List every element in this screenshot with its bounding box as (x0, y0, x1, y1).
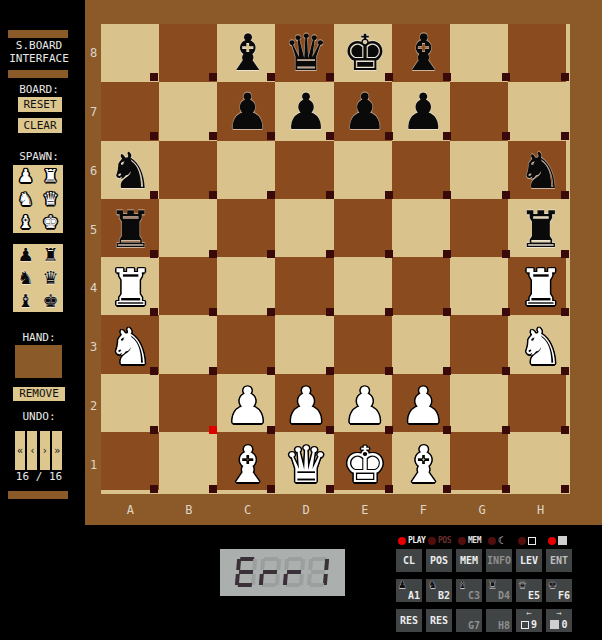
square-d5[interactable] (275, 199, 333, 257)
spawn-black-knight[interactable]: ♞ (13, 267, 38, 290)
sensor-marker-f3 (443, 367, 451, 375)
divider-bar (8, 30, 68, 38)
sensor-marker-c4 (267, 308, 275, 316)
black-rook-h5[interactable]: ♜ (511, 200, 570, 259)
white-rook-h4[interactable]: ♜ (511, 259, 570, 318)
key-pos[interactable]: POS (426, 549, 452, 572)
file-label-b: B (160, 500, 219, 520)
sensor-marker-g1 (502, 485, 510, 493)
sensor-marker-d4 (326, 308, 334, 316)
redo-button[interactable]: › (40, 431, 50, 470)
spawn-black-pawn[interactable]: ♟ (13, 244, 38, 267)
sensor-marker-a8 (150, 73, 158, 81)
square-g4[interactable] (450, 257, 508, 315)
sensor-marker-a1 (150, 485, 158, 493)
key-label: C3 (468, 590, 480, 601)
key-mem[interactable]: MEM (456, 549, 482, 572)
segment-f (260, 559, 265, 570)
key-label: RES (430, 615, 448, 626)
divider-bar (8, 491, 68, 499)
spawn-white-queen[interactable]: ♛ (38, 188, 63, 211)
rank-label-5: 5 (87, 200, 100, 259)
key-ent[interactable]: ENT (546, 549, 572, 572)
spawn-white-pawn[interactable]: ♟ (13, 165, 38, 188)
square-b1[interactable] (159, 432, 217, 490)
key-label: RES (400, 615, 418, 626)
queen-icon: ♛ (518, 579, 527, 590)
clear-button[interactable]: CLEAR (18, 118, 62, 133)
left-arrow-icon: ← (516, 609, 542, 618)
segment-b (300, 559, 305, 570)
square-c3[interactable] (217, 315, 275, 373)
sensor-marker-h7 (561, 132, 569, 140)
led-group-play: PLAY (398, 534, 425, 547)
key-label: ENT (550, 555, 568, 566)
spawn-palette-black: ♟♜♞♛♝♚ (13, 244, 63, 312)
key-label: H8 (498, 620, 510, 631)
chess-board: ♝♛♚♝♟♟♟♟♞♞♜♜♜♜♞♞♟♟♟♟♝♛♚♝ (101, 24, 570, 494)
key-a1[interactable]: ♟A1 (396, 579, 422, 602)
spawn-white-king[interactable]: ♚ (38, 210, 63, 233)
led-sound (488, 537, 496, 545)
segment-d (310, 583, 324, 587)
white-rook-a4[interactable]: ♜ (101, 259, 160, 318)
key-c3[interactable]: ♝C3 (456, 579, 482, 602)
key-9[interactable]: ←9 (516, 609, 542, 632)
key-label: E5 (528, 590, 540, 601)
key-res-1[interactable]: RES (396, 609, 422, 632)
sensor-marker-h1 (561, 485, 569, 493)
sensor-marker-b8 (209, 73, 217, 81)
sensor-marker-c6 (267, 191, 275, 199)
led-play-lit (398, 537, 406, 545)
white-knight-h3[interactable]: ♞ (511, 318, 570, 377)
white-knight-a3[interactable]: ♞ (101, 318, 160, 377)
undo-all-button[interactable]: « (15, 431, 25, 470)
black-pawn-f7[interactable]: ♟ (394, 83, 453, 142)
sidebar: S.BOARD INTERFACE BOARD: RESET CLEAR SPA… (0, 0, 85, 640)
led-black-side-lit (548, 537, 556, 545)
key-0[interactable]: →0 (546, 609, 572, 632)
key-lev[interactable]: LEV (516, 549, 542, 572)
sensor-marker-f4 (443, 308, 451, 316)
square-a1[interactable] (101, 432, 159, 490)
rook-icon: ♜ (488, 579, 497, 590)
led-indicator-row: PLAYPOSMEM☾ (396, 534, 602, 547)
segment-f (284, 559, 289, 570)
sensor-marker-b2-active (209, 426, 217, 434)
white-bishop-c1[interactable]: ♝ (218, 435, 277, 494)
knight-icon: ♞ (428, 579, 437, 590)
black-bishop-c8[interactable]: ♝ (218, 24, 277, 83)
white-king-e1[interactable]: ♚ (336, 435, 395, 494)
led-group-pos: POS (428, 534, 451, 547)
file-label-e: E (336, 500, 395, 520)
key-f6[interactable]: ♚F6 (546, 579, 572, 602)
square-g8[interactable] (450, 24, 508, 82)
black-queen-d8[interactable]: ♛ (277, 24, 336, 83)
spawn-white-bishop[interactable]: ♝ (13, 210, 38, 233)
rank-label-2: 2 (87, 377, 100, 436)
key-label: LEV (520, 555, 538, 566)
key-res-2[interactable]: RES (426, 609, 452, 632)
sensor-marker-g4 (502, 308, 510, 316)
rank-label-6: 6 (87, 142, 100, 201)
led-group-sound: ☾ (488, 534, 504, 547)
sensor-marker-d5 (326, 250, 334, 258)
board-section-label: BOARD: (0, 83, 78, 96)
square-g5[interactable] (450, 199, 508, 257)
file-label-a: A (101, 500, 160, 520)
sensor-marker-f5 (443, 250, 451, 258)
sensor-marker-h2 (561, 426, 569, 434)
sensor-marker-g7 (502, 132, 510, 140)
square-b5[interactable] (159, 199, 217, 257)
led-label-play: PLAY (408, 536, 425, 545)
lcd-digit-2 (259, 557, 282, 587)
square-f4[interactable] (392, 257, 450, 315)
segment-d (238, 583, 252, 587)
sensor-marker-b3 (209, 367, 217, 375)
key-label: D4 (498, 590, 510, 601)
sensor-marker-f6 (443, 191, 451, 199)
key-d4[interactable]: ♜D4 (486, 579, 512, 602)
square-d4[interactable] (275, 257, 333, 315)
sensor-marker-g6 (502, 191, 510, 199)
square-d6[interactable] (275, 141, 333, 199)
segment-d (286, 583, 300, 587)
file-label-f: F (394, 500, 453, 520)
sensor-marker-d3 (326, 367, 334, 375)
rank-label-3: 3 (87, 318, 100, 377)
redo-all-button[interactable]: » (52, 431, 62, 470)
key-label: CL (403, 555, 415, 566)
white-bishop-f1[interactable]: ♝ (394, 435, 453, 494)
square-g7[interactable] (450, 82, 508, 140)
file-label-h: H (511, 500, 570, 520)
bishop-icon: ♝ (458, 579, 467, 590)
square-b2[interactable] (159, 374, 217, 432)
moon-icon: ☾ (498, 535, 504, 546)
square-e6[interactable] (334, 141, 392, 199)
sensor-marker-b5 (209, 250, 217, 258)
square-c4[interactable] (217, 257, 275, 315)
led-group-black-side (548, 534, 567, 547)
square-a2[interactable] (101, 374, 159, 432)
led-pos (428, 537, 436, 545)
square-d3[interactable] (275, 315, 333, 373)
key-label: INFO (487, 555, 511, 566)
sensor-marker-g2 (502, 426, 510, 434)
square-g1[interactable] (450, 432, 508, 490)
key-label: 9 (531, 619, 537, 630)
square-f6[interactable] (392, 141, 450, 199)
file-label-c: C (218, 500, 277, 520)
spawn-black-queen[interactable]: ♛ (38, 267, 63, 290)
key-label: F6 (558, 590, 570, 601)
undo-section-label: UNDO: (0, 410, 78, 423)
key-e5[interactable]: ♛E5 (516, 579, 542, 602)
divider-bar (8, 70, 68, 78)
square-g2[interactable] (450, 374, 508, 432)
rank-label-1: 1 (87, 435, 100, 494)
led-white-side (518, 537, 526, 545)
sensor-marker-e6 (385, 191, 393, 199)
key-label: MEM (460, 555, 478, 566)
spawn-white-knight[interactable]: ♞ (13, 188, 38, 211)
led-group-white-side (518, 534, 536, 547)
rank-label-7: 7 (87, 83, 100, 142)
white-queen-d1[interactable]: ♛ (277, 435, 336, 494)
king-icon: ♚ (548, 579, 557, 590)
segment-b (252, 559, 257, 570)
open-square-icon (521, 621, 529, 629)
remove-button[interactable]: REMOVE (13, 387, 65, 401)
spawn-section-label: SPAWN: (0, 150, 78, 163)
lcd-digit-4 (307, 557, 330, 587)
hand-slot[interactable] (15, 345, 62, 378)
sensor-marker-e4 (385, 308, 393, 316)
file-label-g: G (453, 500, 512, 520)
key-g7[interactable]: G7 (456, 609, 482, 632)
white-pawn-f2[interactable]: ♟ (394, 377, 453, 436)
key-label: B2 (438, 590, 450, 601)
sensor-marker-c3 (267, 367, 275, 375)
led-mem (458, 537, 466, 545)
segment-g (311, 570, 325, 574)
sensor-marker-e5 (385, 250, 393, 258)
black-pawn-c7[interactable]: ♟ (218, 83, 277, 142)
square-b3[interactable] (159, 315, 217, 373)
square-e3[interactable] (334, 315, 392, 373)
black-knight-h6[interactable]: ♞ (511, 142, 570, 201)
segment-b (276, 559, 281, 570)
square-g3[interactable] (450, 315, 508, 373)
black-pawn-e7[interactable]: ♟ (336, 83, 395, 142)
square-g6[interactable] (450, 141, 508, 199)
segment-g (263, 570, 277, 574)
sensor-marker-b1 (209, 485, 217, 493)
key-b2[interactable]: ♞B2 (426, 579, 452, 602)
segment-f (236, 559, 241, 570)
key-label: POS (430, 555, 448, 566)
file-label-d: D (277, 500, 336, 520)
square-f5[interactable] (392, 199, 450, 257)
sensor-marker-b7 (209, 132, 217, 140)
sensor-marker-c5 (267, 250, 275, 258)
black-king-e8[interactable]: ♚ (336, 24, 395, 83)
lcd-digits (235, 557, 330, 587)
app-title-line2: INTERFACE (0, 52, 78, 65)
board-frame: ♝♛♚♝♟♟♟♟♞♞♜♜♜♜♞♞♟♟♟♟♝♛♚♝ 87654321ABCDEFG… (85, 0, 602, 525)
sensor-marker-b4 (209, 308, 217, 316)
sensor-marker-g8 (502, 73, 510, 81)
sensor-marker-h8 (561, 73, 569, 81)
square-h7[interactable] (508, 82, 566, 140)
led-group-mem: MEM (458, 534, 481, 547)
key-cl[interactable]: CL (396, 549, 422, 572)
filled-square-icon (558, 536, 567, 545)
key-h8[interactable]: H8 (486, 609, 512, 632)
spawn-black-king[interactable]: ♚ (38, 289, 63, 312)
reset-button[interactable]: RESET (18, 97, 62, 112)
key-label: A1 (408, 590, 420, 601)
square-e4[interactable] (334, 257, 392, 315)
open-square-icon (528, 537, 536, 545)
sensor-marker-e3 (385, 367, 393, 375)
square-c5[interactable] (217, 199, 275, 257)
undo-button[interactable]: ‹ (27, 431, 37, 470)
sensor-marker-a2 (150, 426, 158, 434)
segment-g (287, 570, 301, 574)
square-b4[interactable] (159, 257, 217, 315)
rank-label-4: 4 (87, 259, 100, 318)
square-f3[interactable] (392, 315, 450, 373)
key-label: 0 (561, 619, 567, 630)
key-info[interactable]: INFO (486, 549, 512, 572)
sensor-marker-g3 (502, 367, 510, 375)
square-h8[interactable] (508, 24, 566, 82)
square-h2[interactable] (508, 374, 566, 432)
led-label-mem: MEM (468, 536, 481, 545)
black-bishop-f8[interactable]: ♝ (394, 24, 453, 83)
white-pawn-e2[interactable]: ♟ (336, 377, 395, 436)
segment-b (324, 559, 329, 570)
sensor-marker-a7 (150, 132, 158, 140)
white-pawn-d2[interactable]: ♟ (277, 377, 336, 436)
black-pawn-d7[interactable]: ♟ (277, 83, 336, 142)
lcd-digit-1 (235, 557, 258, 587)
lcd-display (220, 549, 345, 596)
black-rook-a5[interactable]: ♜ (101, 200, 160, 259)
right-arrow-icon: → (546, 609, 572, 618)
square-h1[interactable] (508, 432, 566, 490)
undo-counter: 16 / 16 (0, 470, 78, 483)
white-pawn-c2[interactable]: ♟ (218, 377, 277, 436)
segment-f (308, 559, 313, 570)
lcd-digit-3 (283, 557, 306, 587)
pawn-icon: ♟ (398, 579, 407, 590)
spawn-black-rook[interactable]: ♜ (38, 244, 63, 267)
segment-g (239, 570, 253, 574)
sboard-interface-app: S.BOARD INTERFACE BOARD: RESET CLEAR SPA… (0, 0, 602, 640)
app-title-line1: S.BOARD (0, 39, 78, 52)
spawn-black-bishop[interactable]: ♝ (13, 289, 38, 312)
sensor-marker-b6 (209, 191, 217, 199)
sensor-marker-d6 (326, 191, 334, 199)
key-label: G7 (468, 620, 480, 631)
square-e5[interactable] (334, 199, 392, 257)
hand-section-label: HAND: (0, 331, 78, 344)
rank-label-8: 8 (87, 24, 100, 83)
led-label-pos: POS (438, 536, 451, 545)
sensor-marker-g5 (502, 250, 510, 258)
spawn-palette-white: ♟♜♞♛♝♚ (13, 165, 63, 233)
black-knight-a6[interactable]: ♞ (101, 142, 160, 201)
spawn-white-rook[interactable]: ♜ (38, 165, 63, 188)
keypad: CLPOSMEMINFOLEVENT♟A1♞B2♝C3♜D4♛E5♚F6RESR… (396, 549, 602, 640)
filled-square-icon (550, 620, 559, 629)
segment-d (262, 583, 276, 587)
